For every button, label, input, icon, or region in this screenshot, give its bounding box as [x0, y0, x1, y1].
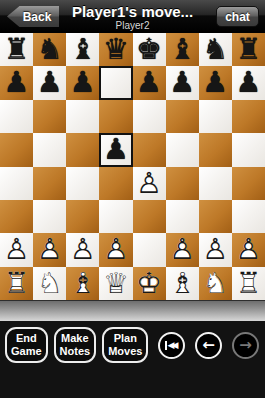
footer-bar: End Game Make Notes Plan Moves ◀◀ ← [0, 321, 265, 398]
square-h3[interactable] [232, 200, 265, 233]
square-h6[interactable] [232, 100, 265, 133]
square-e4[interactable]: ♟♙ [133, 167, 166, 200]
square-c4[interactable] [66, 167, 99, 200]
black-pawn-b7: ♟ [33, 66, 66, 99]
black-pawn-e7: ♟ [133, 66, 166, 99]
square-a4[interactable] [0, 167, 33, 200]
plan-moves-button[interactable]: Plan Moves [102, 327, 148, 363]
square-d3[interactable] [99, 200, 132, 233]
right-arrow-icon: → [239, 338, 252, 353]
black-pawn-f7: ♟ [166, 66, 199, 99]
white-pawn-f2: ♟♙ [166, 233, 199, 266]
make-notes-button[interactable]: Make Notes [54, 327, 97, 363]
square-a6[interactable] [0, 100, 33, 133]
move-nav-buttons: ◀◀ ← → [158, 332, 259, 359]
black-pawn-g7: ♟ [199, 66, 232, 99]
square-c7[interactable]: ♟ [66, 66, 99, 99]
black-knight-g8: ♞ [199, 33, 232, 66]
white-knight-b1: ♞♘ [33, 267, 66, 300]
square-a5[interactable] [0, 133, 33, 166]
square-h1[interactable]: ♜♖ [232, 267, 265, 300]
square-e7[interactable]: ♟ [133, 66, 166, 99]
square-f1[interactable]: ♝♗ [166, 267, 199, 300]
square-c3[interactable] [66, 200, 99, 233]
square-b5[interactable] [33, 133, 66, 166]
square-b6[interactable] [33, 100, 66, 133]
square-e1[interactable]: ♚♔ [133, 267, 166, 300]
square-a7[interactable]: ♟ [0, 66, 33, 99]
white-bishop-f1: ♝♗ [166, 267, 199, 300]
end-game-label-line1: End [11, 332, 42, 345]
board-footer-divider [0, 300, 265, 321]
square-f8[interactable]: ♝ [166, 33, 199, 66]
header-bar: Back Player1's move... Player2 chat [0, 0, 265, 33]
black-pawn-d5: ♟ [99, 133, 132, 166]
square-d7[interactable] [99, 66, 132, 99]
white-rook-a1: ♜♖ [0, 267, 33, 300]
square-b7[interactable]: ♟ [33, 66, 66, 99]
plan-moves-label-line1: Plan [108, 332, 142, 345]
square-h4[interactable] [232, 167, 265, 200]
square-b8[interactable]: ♞ [33, 33, 66, 66]
square-f4[interactable] [166, 167, 199, 200]
action-buttons: End Game Make Notes Plan Moves [5, 327, 148, 363]
black-rook-h8: ♜ [232, 33, 265, 66]
square-h5[interactable] [232, 133, 265, 166]
black-queen-d8: ♛ [99, 33, 132, 66]
white-bishop-c1: ♝♗ [66, 267, 99, 300]
black-rook-a8: ♜ [0, 33, 33, 66]
chat-button[interactable]: chat [216, 6, 259, 27]
square-a2[interactable]: ♟♙ [0, 233, 33, 266]
square-f3[interactable] [166, 200, 199, 233]
square-f7[interactable]: ♟ [166, 66, 199, 99]
white-knight-g1: ♞♘ [199, 267, 232, 300]
square-c1[interactable]: ♝♗ [66, 267, 99, 300]
end-game-label-line2: Game [11, 345, 42, 358]
square-f2[interactable]: ♟♙ [166, 233, 199, 266]
square-g1[interactable]: ♞♘ [199, 267, 232, 300]
square-g3[interactable] [199, 200, 232, 233]
square-f6[interactable] [166, 100, 199, 133]
square-b2[interactable]: ♟♙ [33, 233, 66, 266]
square-d5[interactable]: ♟ [99, 133, 132, 166]
square-e6[interactable] [133, 100, 166, 133]
step-back-button[interactable]: ← [195, 332, 222, 359]
step-forward-button[interactable]: → [232, 332, 259, 359]
square-g5[interactable] [199, 133, 232, 166]
black-bishop-f8: ♝ [166, 33, 199, 66]
square-c8[interactable]: ♝ [66, 33, 99, 66]
white-pawn-b2: ♟♙ [33, 233, 66, 266]
square-g4[interactable] [199, 167, 232, 200]
white-pawn-a2: ♟♙ [0, 233, 33, 266]
square-d1[interactable]: ♛♕ [99, 267, 132, 300]
square-g2[interactable]: ♟♙ [199, 233, 232, 266]
square-e2[interactable] [133, 233, 166, 266]
square-c6[interactable] [66, 100, 99, 133]
black-pawn-h7: ♟ [232, 66, 265, 99]
black-bishop-c8: ♝ [66, 33, 99, 66]
white-pawn-h2: ♟♙ [232, 233, 265, 266]
square-a1[interactable]: ♜♖ [0, 267, 33, 300]
white-queen-d1: ♛♕ [99, 267, 132, 300]
white-rook-h1: ♜♖ [232, 267, 265, 300]
square-d4[interactable] [99, 167, 132, 200]
square-g8[interactable]: ♞ [199, 33, 232, 66]
square-c5[interactable] [66, 133, 99, 166]
square-g6[interactable] [199, 100, 232, 133]
footer-controls: End Game Make Notes Plan Moves ◀◀ ← [0, 327, 265, 363]
square-e8[interactable]: ♚ [133, 33, 166, 66]
skip-to-start-icon [165, 341, 167, 350]
chess-app-window: Back Player1's move... Player2 chat ♜♞♝♛… [0, 0, 265, 398]
square-b4[interactable] [33, 167, 66, 200]
black-king-e8: ♚ [133, 33, 166, 66]
black-knight-b8: ♞ [33, 33, 66, 66]
square-h2[interactable]: ♟♙ [232, 233, 265, 266]
square-d8[interactable]: ♛ [99, 33, 132, 66]
chess-board: ♜♞♝♛♚♝♞♜♟♟♟♟♟♟♟♟♟♙♟♙♟♙♟♙♟♙♟♙♟♙♟♙♜♖♞♘♝♗♛♕… [0, 33, 265, 300]
make-notes-label-line2: Notes [60, 345, 91, 358]
square-h8[interactable]: ♜ [232, 33, 265, 66]
square-b1[interactable]: ♞♘ [33, 267, 66, 300]
black-pawn-c7: ♟ [66, 66, 99, 99]
square-a8[interactable]: ♜ [0, 33, 33, 66]
square-a3[interactable] [0, 200, 33, 233]
white-pawn-g2: ♟♙ [199, 233, 232, 266]
square-b3[interactable] [33, 200, 66, 233]
square-g7[interactable]: ♟ [199, 66, 232, 99]
square-f5[interactable] [166, 133, 199, 166]
left-arrow-icon: ← [202, 338, 215, 353]
white-pawn-d2: ♟♙ [99, 233, 132, 266]
white-pawn-e4: ♟♙ [133, 167, 166, 200]
square-d6[interactable] [99, 100, 132, 133]
end-game-button[interactable]: End Game [5, 327, 48, 363]
chat-button-label: chat [225, 10, 250, 24]
square-e5[interactable] [133, 133, 166, 166]
white-king-e1: ♚♔ [133, 267, 166, 300]
plan-moves-label-line2: Moves [108, 345, 142, 358]
square-c2[interactable]: ♟♙ [66, 233, 99, 266]
make-notes-label-line1: Make [60, 332, 91, 345]
black-pawn-a7: ♟ [0, 66, 33, 99]
rewind-icon: ◀◀ [168, 341, 179, 350]
white-pawn-c2: ♟♙ [66, 233, 99, 266]
skip-to-start-button[interactable]: ◀◀ [158, 332, 185, 359]
square-d2[interactable]: ♟♙ [99, 233, 132, 266]
square-e3[interactable] [133, 200, 166, 233]
square-h7[interactable]: ♟ [232, 66, 265, 99]
